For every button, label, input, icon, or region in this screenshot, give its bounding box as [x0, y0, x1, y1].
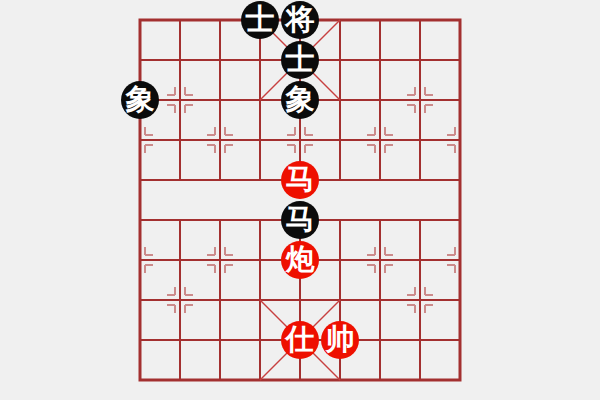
piece-black-advisor[interactable]: 士 — [241, 1, 279, 39]
piece-glyph: 炮 — [286, 245, 315, 274]
piece-black-general[interactable]: 将 — [281, 1, 319, 39]
xiangqi-board[interactable]: 士将士象象马马炮仕帅 — [120, 0, 480, 400]
piece-glyph: 仕 — [286, 325, 315, 354]
piece-black-elephant[interactable]: 象 — [281, 81, 319, 119]
piece-glyph: 士 — [286, 45, 315, 74]
piece-black-horse[interactable]: 马 — [281, 201, 319, 239]
piece-glyph: 士 — [246, 5, 275, 34]
piece-black-elephant[interactable]: 象 — [121, 81, 159, 119]
piece-red-general[interactable]: 帅 — [321, 321, 359, 359]
piece-glyph: 马 — [286, 165, 315, 194]
xiangqi-app-window: 士将士象象马马炮仕帅 — [0, 0, 600, 400]
piece-red-cannon[interactable]: 炮 — [281, 241, 319, 279]
piece-glyph: 象 — [126, 85, 155, 114]
piece-glyph: 将 — [286, 5, 315, 34]
piece-red-horse[interactable]: 马 — [281, 161, 319, 199]
piece-red-advisor[interactable]: 仕 — [281, 321, 319, 359]
piece-glyph: 马 — [286, 205, 315, 234]
piece-black-advisor[interactable]: 士 — [281, 41, 319, 79]
piece-glyph: 帅 — [326, 325, 355, 354]
piece-glyph: 象 — [286, 85, 315, 114]
